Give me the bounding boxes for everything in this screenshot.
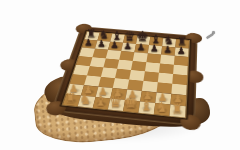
white-rook: ♜ — [65, 92, 77, 105]
black-pawn: ♟ — [164, 45, 173, 55]
chess-set-photo: ♜♞♝♛♚♝♞♜♟♟♟♟♟♟♟♟♟♟♟♟♟♟♟♟♜♞♝♛♚♝♞♜ — [0, 0, 240, 150]
black-pawn: ♟ — [124, 42, 133, 52]
square-g4 — [158, 73, 173, 84]
board-frame: ♜♞♝♛♚♝♞♜♟♟♟♟♟♟♟♟♟♟♟♟♟♟♟♟♜♞♝♛♚♝♞♜ — [51, 26, 198, 126]
square-h6 — [174, 56, 188, 66]
square-e7: ♟ — [134, 44, 149, 54]
chess-board: ♜♞♝♛♚♝♞♜♟♟♟♟♟♟♟♟♟♟♟♟♟♟♟♟♜♞♝♛♚♝♞♜ — [63, 32, 189, 118]
white-bishop: ♝ — [140, 98, 153, 112]
square-h7: ♟ — [175, 47, 189, 57]
black-pawn: ♟ — [177, 46, 186, 56]
square-g7: ♟ — [161, 46, 175, 56]
white-queen: ♛ — [109, 94, 123, 109]
square-h1: ♜ — [169, 105, 185, 118]
hinge-pin-knob — [212, 31, 215, 34]
white-king: ♚ — [123, 94, 138, 111]
black-pawn: ♟ — [97, 39, 105, 48]
black-pawn: ♟ — [111, 40, 120, 49]
frame-edge-carving — [185, 70, 204, 84]
square-f7: ♟ — [148, 45, 162, 55]
square-f1: ♝ — [138, 102, 155, 115]
square-d5 — [117, 60, 133, 70]
square-g1: ♞ — [154, 103, 171, 116]
white-knight: ♞ — [155, 100, 167, 114]
white-rook: ♜ — [171, 102, 183, 115]
board-scene: ♜♞♝♛♚♝♞♜♟♟♟♟♟♟♟♟♟♟♟♟♟♟♟♟♜♞♝♛♚♝♞♜ — [66, 5, 196, 135]
white-knight: ♞ — [79, 93, 91, 107]
square-e1: ♚ — [123, 100, 140, 113]
black-pawn: ♟ — [137, 43, 146, 53]
square-e5 — [131, 61, 146, 71]
black-pawn: ♟ — [84, 38, 92, 47]
white-bishop: ♝ — [94, 94, 107, 108]
board-tilt: ♜♞♝♛♚♝♞♜♟♟♟♟♟♟♟♟♟♟♟♟♟♟♟♟♜♞♝♛♚♝♞♜ — [51, 26, 198, 126]
square-c4 — [101, 67, 117, 78]
black-pawn: ♟ — [150, 44, 159, 54]
square-h5 — [173, 65, 188, 76]
